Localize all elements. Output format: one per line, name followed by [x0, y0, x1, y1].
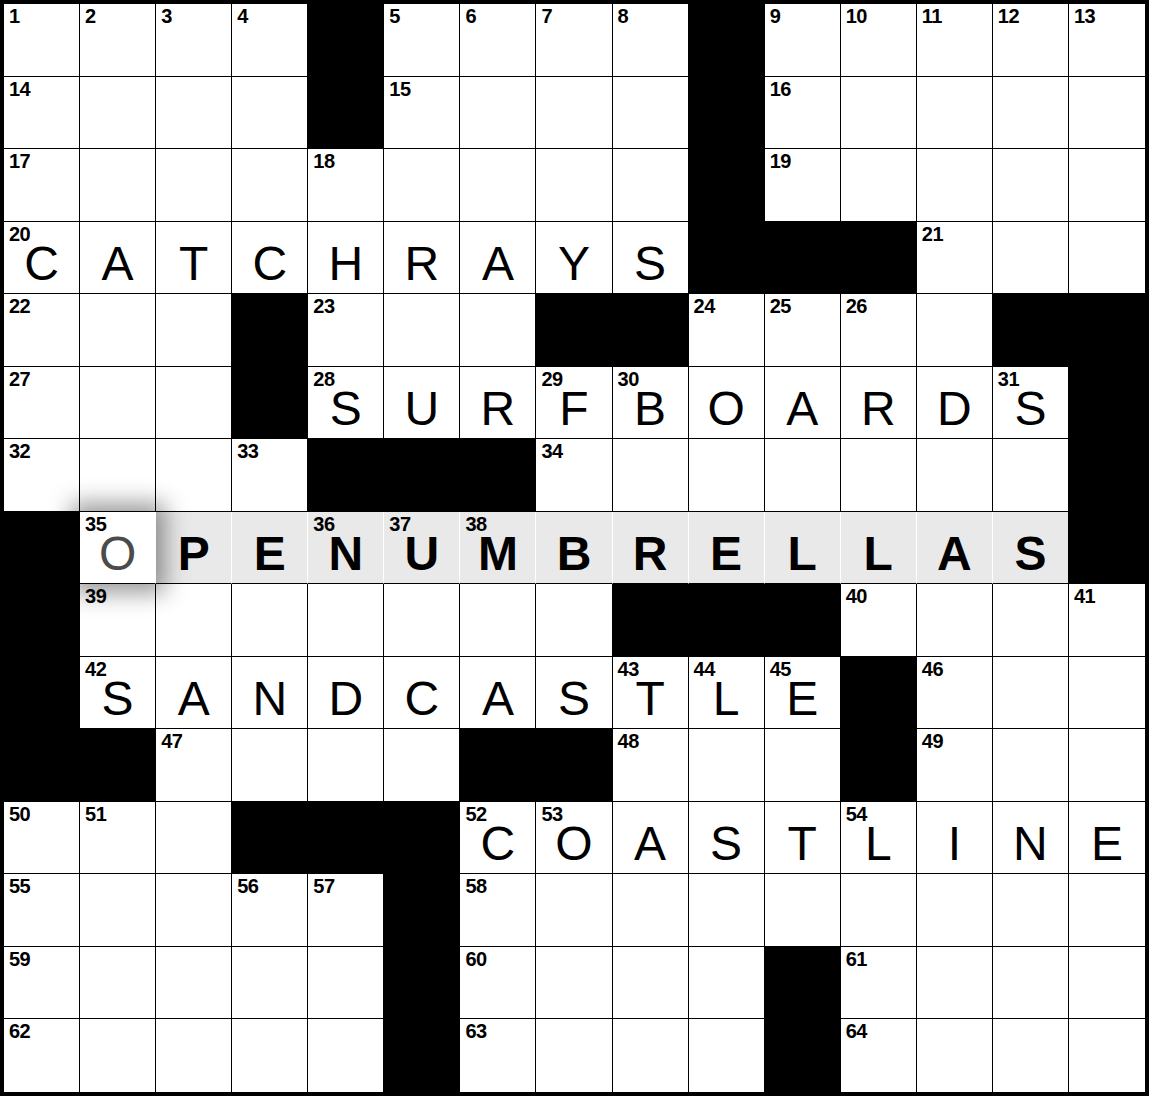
cell-r5c11[interactable]: 25 [765, 294, 841, 367]
cell-r9c6[interactable] [384, 584, 460, 657]
clue-number: 10 [846, 6, 867, 26]
cell-r4c7[interactable]: A [460, 222, 536, 295]
clue-number: 53 [541, 804, 562, 824]
cell-r3c8[interactable] [536, 149, 612, 222]
black-square-r1c10 [689, 4, 765, 77]
clue-number: 20 [9, 224, 30, 244]
clue-number: 4 [237, 6, 248, 26]
black-square-r7c15 [1069, 439, 1145, 512]
black-square-r7c6 [384, 439, 460, 512]
cell-r9c14[interactable] [993, 584, 1069, 657]
cell-r7c13[interactable] [917, 439, 993, 512]
cell-r2c14[interactable] [993, 77, 1069, 150]
cell-r1c9[interactable]: 8 [613, 4, 689, 77]
cell-r11c3[interactable]: 47 [156, 729, 232, 802]
cell-r12c11[interactable]: T [765, 802, 841, 875]
clue-number: 12 [998, 6, 1019, 26]
cell-r3c9[interactable] [613, 149, 689, 222]
cell-r9c8[interactable] [536, 584, 612, 657]
cell-r8c14[interactable]: S [993, 512, 1069, 585]
black-square-r11c8 [536, 729, 612, 802]
cell-letter: A [765, 367, 840, 439]
clue-number: 26 [846, 296, 867, 316]
clue-number: 47 [161, 731, 182, 751]
cell-r5c7[interactable] [460, 294, 536, 367]
cell-r14c9[interactable] [613, 947, 689, 1020]
black-square-r5c8 [536, 294, 612, 367]
cell-r9c5[interactable] [308, 584, 384, 657]
cell-r1c14[interactable]: 12 [993, 4, 1069, 77]
cell-r6c7[interactable]: R [460, 367, 536, 440]
clue-number: 61 [846, 949, 867, 969]
black-square-r11c1 [4, 729, 80, 802]
cell-r3c14[interactable] [993, 149, 1069, 222]
black-square-r2c5 [308, 77, 384, 150]
cell-r1c6[interactable]: 5 [384, 4, 460, 77]
cell-letter: R [384, 222, 459, 294]
clue-number: 57 [313, 876, 334, 896]
cell-r14c10[interactable] [689, 947, 765, 1020]
black-square-r5c9 [613, 294, 689, 367]
cell-r14c14[interactable] [993, 947, 1069, 1020]
clue-number: 5 [389, 6, 400, 26]
cell-r8c5[interactable]: 36N [308, 512, 384, 585]
cell-r13c7[interactable]: 58 [460, 874, 536, 947]
cell-letter: D [308, 657, 383, 729]
cell-r13c12[interactable] [841, 874, 917, 947]
cell-r1c13[interactable]: 11 [917, 4, 993, 77]
clue-number: 43 [618, 659, 639, 679]
cell-letter: A [80, 222, 155, 294]
cell-r4c14[interactable] [993, 222, 1069, 295]
cell-r2c13[interactable] [917, 77, 993, 150]
cell-r10c14[interactable] [993, 657, 1069, 730]
cell-r7c3[interactable] [156, 439, 232, 512]
cell-letter: N [993, 802, 1068, 874]
clue-number: 28 [313, 369, 334, 389]
black-square-r5c14 [993, 294, 1069, 367]
cell-r10c2[interactable]: 42S [80, 657, 156, 730]
cell-letter: O [80, 512, 155, 584]
cell-r1c7[interactable]: 6 [460, 4, 536, 77]
clue-number: 34 [541, 441, 562, 461]
cell-r6c3[interactable] [156, 367, 232, 440]
cell-r15c10[interactable] [689, 1019, 765, 1092]
cell-r2c7[interactable] [460, 77, 536, 150]
cell-r11c13[interactable]: 49 [917, 729, 993, 802]
cell-r13c8[interactable] [536, 874, 612, 947]
cell-r6c10[interactable]: O [689, 367, 765, 440]
black-square-r4c10 [689, 222, 765, 295]
black-square-r7c5 [308, 439, 384, 512]
cell-r12c9[interactable]: A [613, 802, 689, 875]
cell-r5c6[interactable] [384, 294, 460, 367]
cell-letter: E [1069, 802, 1145, 874]
black-square-r7c7 [460, 439, 536, 512]
cell-r13c10[interactable] [689, 874, 765, 947]
cell-r11c14[interactable] [993, 729, 1069, 802]
cell-r11c11[interactable] [765, 729, 841, 802]
cell-r3c3[interactable] [156, 149, 232, 222]
cell-r10c6[interactable]: C [384, 657, 460, 730]
clue-number: 45 [770, 659, 791, 679]
cell-r11c5[interactable] [308, 729, 384, 802]
cell-r7c10[interactable] [689, 439, 765, 512]
cell-r11c9[interactable]: 48 [613, 729, 689, 802]
cell-r2c4[interactable] [232, 77, 308, 150]
cell-r6c13[interactable]: D [917, 367, 993, 440]
clue-number: 7 [541, 6, 552, 26]
cell-r13c15[interactable] [1069, 874, 1145, 947]
cell-r2c6[interactable]: 15 [384, 77, 460, 150]
clue-number: 39 [85, 586, 106, 606]
cell-r2c2[interactable] [80, 77, 156, 150]
cell-r14c3[interactable] [156, 947, 232, 1020]
cell-r6c2[interactable] [80, 367, 156, 440]
cell-r10c3[interactable]: A [156, 657, 232, 730]
cell-r9c12[interactable]: 40 [841, 584, 917, 657]
clue-number: 54 [846, 804, 867, 824]
cell-r1c12[interactable]: 10 [841, 4, 917, 77]
cell-r12c7[interactable]: 52C [460, 802, 536, 875]
clue-number: 11 [922, 6, 942, 26]
cell-r5c13[interactable] [917, 294, 993, 367]
cell-r2c11[interactable]: 16 [765, 77, 841, 150]
cell-r5c10[interactable]: 24 [689, 294, 765, 367]
black-square-r9c9 [613, 584, 689, 657]
cell-r15c7[interactable]: 63 [460, 1019, 536, 1092]
cell-r10c10[interactable]: 44L [689, 657, 765, 730]
cell-r11c4[interactable] [232, 729, 308, 802]
clue-number: 14 [9, 79, 30, 99]
clue-number: 2 [85, 6, 96, 26]
black-square-r5c15 [1069, 294, 1145, 367]
cell-r14c15[interactable] [1069, 947, 1145, 1020]
cell-r9c13[interactable] [917, 584, 993, 657]
cell-letter: S [689, 802, 764, 874]
clue-number: 27 [9, 369, 30, 389]
cell-r12c8[interactable]: 53O [536, 802, 612, 875]
cell-r7c14[interactable] [993, 439, 1069, 512]
cell-letter: U [384, 512, 459, 584]
cell-r15c12[interactable]: 64 [841, 1019, 917, 1092]
cell-r15c5[interactable] [308, 1019, 384, 1092]
black-square-r12c5 [308, 802, 384, 875]
clue-number: 48 [618, 731, 639, 751]
black-square-r12c6 [384, 802, 460, 875]
cell-r13c14[interactable] [993, 874, 1069, 947]
cell-r3c2[interactable] [80, 149, 156, 222]
cell-r12c3[interactable] [156, 802, 232, 875]
cell-r1c11[interactable]: 9 [765, 4, 841, 77]
cell-r7c2[interactable] [80, 439, 156, 512]
cell-r14c4[interactable] [232, 947, 308, 1020]
cell-r15c14[interactable] [993, 1019, 1069, 1092]
cell-r13c3[interactable] [156, 874, 232, 947]
cell-letter: L [841, 802, 916, 874]
clue-number: 37 [389, 514, 410, 534]
cell-r8c4[interactable]: E [232, 512, 308, 585]
cell-r4c15[interactable] [1069, 222, 1145, 295]
cell-r11c6[interactable] [384, 729, 460, 802]
cell-r12c12[interactable]: 54L [841, 802, 917, 875]
cell-r1c4[interactable]: 4 [232, 4, 308, 77]
cell-letter: T [765, 802, 840, 874]
cell-r3c13[interactable] [917, 149, 993, 222]
cell-r11c15[interactable] [1069, 729, 1145, 802]
cell-r7c11[interactable] [765, 439, 841, 512]
cell-r13c4[interactable]: 56 [232, 874, 308, 947]
cell-r4c4[interactable]: C [232, 222, 308, 295]
clue-number: 23 [313, 296, 334, 316]
cell-r15c8[interactable] [536, 1019, 612, 1092]
black-square-r11c12 [841, 729, 917, 802]
cell-r10c11[interactable]: 45E [765, 657, 841, 730]
cell-r5c1[interactable]: 22 [4, 294, 80, 367]
cell-letter: L [841, 512, 916, 584]
black-square-r4c12 [841, 222, 917, 295]
cell-letter: E [765, 657, 840, 729]
cell-r3c5[interactable]: 18 [308, 149, 384, 222]
cell-letter: L [765, 512, 840, 584]
black-square-r14c6 [384, 947, 460, 1020]
cell-letter: U [384, 367, 459, 439]
cell-r4c6[interactable]: R [384, 222, 460, 295]
cell-r2c12[interactable] [841, 77, 917, 150]
cell-r8c9[interactable]: R [613, 512, 689, 585]
cell-r7c12[interactable] [841, 439, 917, 512]
cell-letter: E [689, 512, 764, 584]
cell-r7c8[interactable]: 34 [536, 439, 612, 512]
cell-letter: A [613, 802, 688, 874]
cell-r10c5[interactable]: D [308, 657, 384, 730]
black-square-r4c11 [765, 222, 841, 295]
cell-r12c13[interactable]: I [917, 802, 993, 875]
cell-r13c2[interactable] [80, 874, 156, 947]
cell-r15c9[interactable] [613, 1019, 689, 1092]
cell-r12c14[interactable]: N [993, 802, 1069, 875]
cell-r5c2[interactable] [80, 294, 156, 367]
cell-letter: B [613, 367, 688, 439]
cell-letter: R [460, 367, 535, 439]
cell-r1c2[interactable]: 2 [80, 4, 156, 77]
cell-r10c13[interactable]: 46 [917, 657, 993, 730]
cell-r4c13[interactable]: 21 [917, 222, 993, 295]
cell-r4c5[interactable]: H [308, 222, 384, 295]
cell-r1c1[interactable]: 1 [4, 4, 80, 77]
cell-r10c4[interactable]: N [232, 657, 308, 730]
cell-r3c1[interactable]: 17 [4, 149, 80, 222]
clue-number: 25 [770, 296, 791, 316]
cell-r8c12[interactable]: L [841, 512, 917, 585]
cell-r1c15[interactable]: 13 [1069, 4, 1145, 77]
cell-r15c2[interactable] [80, 1019, 156, 1092]
cell-r7c9[interactable] [613, 439, 689, 512]
cell-letter: L [689, 657, 764, 729]
cell-r2c9[interactable] [613, 77, 689, 150]
black-square-r9c11 [765, 584, 841, 657]
cell-r14c1[interactable]: 59 [4, 947, 80, 1020]
cell-r8c2[interactable]: 35O [80, 512, 156, 585]
clue-number: 22 [9, 296, 30, 316]
cell-r3c4[interactable] [232, 149, 308, 222]
cell-r14c5[interactable] [308, 947, 384, 1020]
cell-r3c11[interactable]: 19 [765, 149, 841, 222]
cell-r3c7[interactable] [460, 149, 536, 222]
cell-r15c15[interactable] [1069, 1019, 1145, 1092]
cell-r6c11[interactable]: A [765, 367, 841, 440]
cell-r15c3[interactable] [156, 1019, 232, 1092]
clue-number: 31 [998, 369, 1019, 389]
cell-r8c7[interactable]: 38M [460, 512, 536, 585]
cell-letter: S [613, 222, 688, 294]
black-square-r13c6 [384, 874, 460, 947]
cell-r4c2[interactable]: A [80, 222, 156, 295]
black-square-r3c10 [689, 149, 765, 222]
cell-r6c14[interactable]: 31S [993, 367, 1069, 440]
cell-letter: F [536, 367, 611, 439]
cell-r15c4[interactable] [232, 1019, 308, 1092]
cell-r12c2[interactable]: 51 [80, 802, 156, 875]
clue-number: 35 [85, 514, 106, 534]
cell-r6c1[interactable]: 27 [4, 367, 80, 440]
cell-letter: I [917, 802, 992, 874]
cell-r2c1[interactable]: 14 [4, 77, 80, 150]
clue-number: 52 [465, 804, 486, 824]
cell-letter: P [156, 512, 231, 584]
clue-number: 46 [922, 659, 943, 679]
cell-r1c8[interactable]: 7 [536, 4, 612, 77]
clue-number: 24 [694, 296, 715, 316]
cell-letter: C [460, 802, 535, 874]
cell-r6c12[interactable]: R [841, 367, 917, 440]
cell-r15c1[interactable]: 62 [4, 1019, 80, 1092]
cell-r13c13[interactable] [917, 874, 993, 947]
cell-r9c3[interactable] [156, 584, 232, 657]
cell-letter: O [536, 802, 611, 874]
cell-r6c8[interactable]: 29F [536, 367, 612, 440]
cell-letter: C [4, 222, 79, 294]
clue-number: 3 [161, 6, 172, 26]
cell-letter: Y [536, 222, 611, 294]
cell-r10c9[interactable]: 43T [613, 657, 689, 730]
cell-letter: S [80, 657, 155, 729]
cell-r3c12[interactable] [841, 149, 917, 222]
cell-r9c2[interactable]: 39 [80, 584, 156, 657]
cell-r1c3[interactable]: 3 [156, 4, 232, 77]
cell-r4c1[interactable]: 20C [4, 222, 80, 295]
cell-r6c9[interactable]: 30B [613, 367, 689, 440]
cell-r2c3[interactable] [156, 77, 232, 150]
cell-letter: N [232, 657, 307, 729]
cell-r14c2[interactable] [80, 947, 156, 1020]
cell-r3c15[interactable] [1069, 149, 1145, 222]
cell-r4c3[interactable]: T [156, 222, 232, 295]
cell-r5c12[interactable]: 26 [841, 294, 917, 367]
clue-number: 15 [389, 79, 410, 99]
cell-r6c5[interactable]: 28S [308, 367, 384, 440]
cell-r8c13[interactable]: A [917, 512, 993, 585]
cell-letter: E [232, 512, 307, 584]
cell-r13c1[interactable]: 55 [4, 874, 80, 947]
cell-r8c6[interactable]: 37U [384, 512, 460, 585]
cell-r14c8[interactable] [536, 947, 612, 1020]
black-square-r12c4 [232, 802, 308, 875]
cell-r10c15[interactable] [1069, 657, 1145, 730]
cell-r14c13[interactable] [917, 947, 993, 1020]
cell-letter: R [841, 367, 916, 439]
cell-r10c7[interactable]: A [460, 657, 536, 730]
cell-letter: A [460, 222, 535, 294]
cell-r8c10[interactable]: E [689, 512, 765, 585]
cell-letter: O [689, 367, 764, 439]
cell-r5c3[interactable] [156, 294, 232, 367]
cell-r12c1[interactable]: 50 [4, 802, 80, 875]
black-square-r9c1 [4, 584, 80, 657]
cell-r7c4[interactable]: 33 [232, 439, 308, 512]
clue-number: 13 [1074, 6, 1095, 26]
cell-r10c8[interactable]: S [536, 657, 612, 730]
cell-r12c10[interactable]: S [689, 802, 765, 875]
cell-r5c5[interactable]: 23 [308, 294, 384, 367]
cell-r15c13[interactable] [917, 1019, 993, 1092]
clue-number: 56 [237, 876, 258, 896]
black-square-r11c7 [460, 729, 536, 802]
black-square-r6c15 [1069, 367, 1145, 440]
cell-r14c12[interactable]: 61 [841, 947, 917, 1020]
cell-r13c11[interactable] [765, 874, 841, 947]
clue-number: 42 [85, 659, 106, 679]
black-square-r11c2 [80, 729, 156, 802]
cell-r9c7[interactable] [460, 584, 536, 657]
cell-r2c15[interactable] [1069, 77, 1145, 150]
clue-number: 44 [694, 659, 715, 679]
clue-number: 8 [618, 6, 629, 26]
cell-r11c10[interactable] [689, 729, 765, 802]
cell-r13c5[interactable]: 57 [308, 874, 384, 947]
cell-r7c1[interactable]: 32 [4, 439, 80, 512]
cell-r9c15[interactable]: 41 [1069, 584, 1145, 657]
black-square-r9c10 [689, 584, 765, 657]
clue-number: 40 [846, 586, 867, 606]
cell-r2c8[interactable] [536, 77, 612, 150]
cell-r4c9[interactable]: S [613, 222, 689, 295]
black-square-r8c1 [4, 512, 80, 585]
clue-number: 9 [770, 6, 781, 26]
cell-letter: M [460, 512, 535, 584]
cell-r3c6[interactable] [384, 149, 460, 222]
cell-r9c4[interactable] [232, 584, 308, 657]
clue-number: 36 [313, 514, 334, 534]
cell-r8c8[interactable]: B [536, 512, 612, 585]
cell-r12c15[interactable]: E [1069, 802, 1145, 875]
black-square-r1c5 [308, 4, 384, 77]
cell-r13c9[interactable] [613, 874, 689, 947]
clue-number: 38 [465, 514, 486, 534]
clue-number: 41 [1074, 586, 1095, 606]
cell-r8c11[interactable]: L [765, 512, 841, 585]
cell-r4c8[interactable]: Y [536, 222, 612, 295]
cell-r6c6[interactable]: U [384, 367, 460, 440]
clue-number: 58 [465, 876, 486, 896]
cell-r8c3[interactable]: P [156, 512, 232, 585]
cell-letter: T [613, 657, 688, 729]
cell-r14c7[interactable]: 60 [460, 947, 536, 1020]
cell-letter: N [308, 512, 383, 584]
cell-letter: T [156, 222, 231, 294]
cell-letter: H [308, 222, 383, 294]
cell-letter: R [613, 512, 688, 584]
